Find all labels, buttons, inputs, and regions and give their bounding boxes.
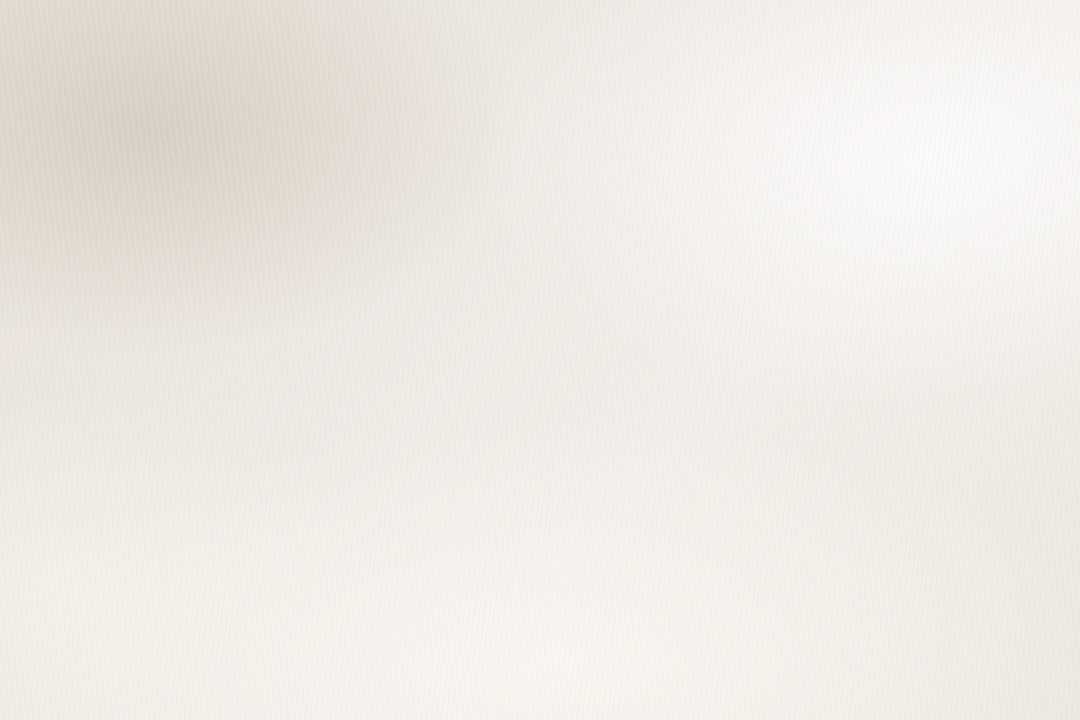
chess-set-photo bbox=[0, 0, 1080, 720]
photo-scene bbox=[0, 0, 1080, 720]
